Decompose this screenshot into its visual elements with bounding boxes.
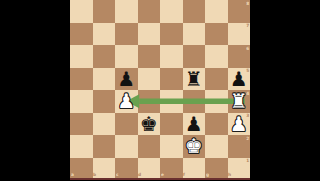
piece-black-pawn[interactable]: ♟: [117, 68, 135, 91]
piece-black-king[interactable]: ♚: [140, 113, 158, 136]
piece-white-pawn[interactable]: ♟: [230, 113, 248, 136]
square-h8[interactable]: 8: [228, 0, 251, 23]
square-g6[interactable]: [205, 45, 228, 68]
square-c6[interactable]: [115, 45, 138, 68]
file-label-a: a: [71, 173, 74, 177]
square-c4[interactable]: ♟: [115, 90, 138, 113]
square-c2[interactable]: [115, 135, 138, 158]
chess-board: 876♟♜5♟♟4♜♚♟3♟♚2abcdefg1h: [70, 0, 250, 180]
square-e6[interactable]: [160, 45, 183, 68]
file-label-e: e: [161, 173, 164, 177]
square-f8[interactable]: [183, 0, 206, 23]
square-f4[interactable]: [183, 90, 206, 113]
rank-label-1: 1: [246, 158, 249, 162]
square-h2[interactable]: 2: [228, 135, 251, 158]
square-a4[interactable]: [70, 90, 93, 113]
square-h7[interactable]: 7: [228, 23, 251, 46]
rank-label-2: 2: [246, 136, 249, 140]
file-label-b: b: [93, 173, 96, 177]
square-g4[interactable]: [205, 90, 228, 113]
file-label-h: h: [228, 173, 231, 177]
square-g2[interactable]: [205, 135, 228, 158]
square-f6[interactable]: [183, 45, 206, 68]
square-e8[interactable]: [160, 0, 183, 23]
square-h4[interactable]: 4♜: [228, 90, 251, 113]
square-c3[interactable]: [115, 113, 138, 136]
board-bottom-bar: [70, 178, 250, 181]
square-c7[interactable]: [115, 23, 138, 46]
square-g5[interactable]: [205, 68, 228, 91]
rank-label-7: 7: [246, 23, 249, 27]
square-a6[interactable]: [70, 45, 93, 68]
square-d5[interactable]: [138, 68, 161, 91]
square-d8[interactable]: [138, 0, 161, 23]
square-b3[interactable]: [93, 113, 116, 136]
piece-white-pawn[interactable]: ♟: [117, 90, 135, 113]
square-h3[interactable]: 3♟: [228, 113, 251, 136]
square-a2[interactable]: [70, 135, 93, 158]
file-label-d: d: [138, 173, 141, 177]
square-a7[interactable]: [70, 23, 93, 46]
square-g3[interactable]: [205, 113, 228, 136]
rank-label-8: 8: [246, 1, 249, 5]
square-b5[interactable]: [93, 68, 116, 91]
square-d7[interactable]: [138, 23, 161, 46]
file-label-g: g: [206, 173, 209, 177]
square-h5[interactable]: 5♟: [228, 68, 251, 91]
square-b7[interactable]: [93, 23, 116, 46]
square-e3[interactable]: [160, 113, 183, 136]
rank-label-6: 6: [246, 46, 249, 50]
piece-white-rook[interactable]: ♜: [230, 90, 248, 113]
file-label-f: f: [183, 173, 185, 177]
file-label-c: c: [116, 173, 119, 177]
piece-black-pawn[interactable]: ♟: [185, 113, 203, 136]
square-a3[interactable]: [70, 113, 93, 136]
square-g7[interactable]: [205, 23, 228, 46]
square-e2[interactable]: [160, 135, 183, 158]
square-e5[interactable]: [160, 68, 183, 91]
square-f3[interactable]: ♟: [183, 113, 206, 136]
piece-black-rook[interactable]: ♜: [185, 68, 203, 91]
piece-black-pawn[interactable]: ♟: [230, 68, 248, 91]
piece-white-king[interactable]: ♚: [185, 135, 203, 158]
square-f5[interactable]: ♜: [183, 68, 206, 91]
square-c8[interactable]: [115, 0, 138, 23]
square-f7[interactable]: [183, 23, 206, 46]
square-d4[interactable]: [138, 90, 161, 113]
square-a5[interactable]: [70, 68, 93, 91]
square-c5[interactable]: ♟: [115, 68, 138, 91]
square-a8[interactable]: [70, 0, 93, 23]
canvas-background: 876♟♜5♟♟4♜♚♟3♟♚2abcdefg1h: [0, 0, 320, 180]
square-b6[interactable]: [93, 45, 116, 68]
square-d2[interactable]: [138, 135, 161, 158]
square-h6[interactable]: 6: [228, 45, 251, 68]
square-b4[interactable]: [93, 90, 116, 113]
square-d6[interactable]: [138, 45, 161, 68]
square-b8[interactable]: [93, 0, 116, 23]
square-e7[interactable]: [160, 23, 183, 46]
square-g8[interactable]: [205, 0, 228, 23]
square-b2[interactable]: [93, 135, 116, 158]
square-e4[interactable]: [160, 90, 183, 113]
square-d3[interactable]: ♚: [138, 113, 161, 136]
square-f2[interactable]: ♚: [183, 135, 206, 158]
